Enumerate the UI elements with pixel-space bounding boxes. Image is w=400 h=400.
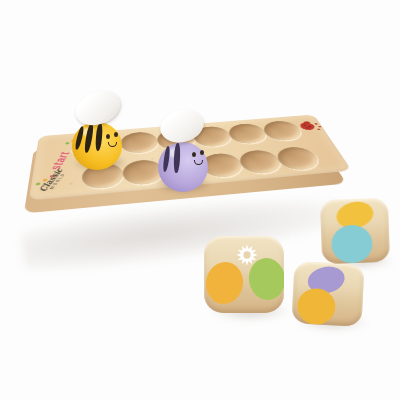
purple-bee-piece[interactable]: [152, 110, 218, 198]
die-face-yellow: [296, 287, 336, 325]
yellow-bee-piece[interactable]: [68, 92, 136, 178]
bee-eye: [200, 150, 204, 155]
bee-eye: [192, 152, 196, 157]
die-yellow-teal[interactable]: [320, 198, 390, 264]
trail-dot: [317, 129, 320, 130]
brand-logo: Classic WORLD: [35, 166, 71, 197]
bee-cap-wing: [157, 105, 207, 147]
bee-eye: [106, 134, 110, 139]
die-face-teal: [331, 224, 373, 263]
die-sun-orange-green[interactable]: [204, 236, 284, 313]
bee-wing: [71, 85, 126, 132]
game-scene: start Classic WORLD: [0, 0, 400, 400]
trail-dot: [318, 126, 321, 127]
finish-trail-dots: [291, 114, 313, 116]
strawberry-finish-icon: [300, 123, 315, 131]
bee-eye: [114, 132, 118, 137]
trail-dot: [314, 123, 317, 124]
die-purple-yellow[interactable]: [291, 261, 364, 327]
